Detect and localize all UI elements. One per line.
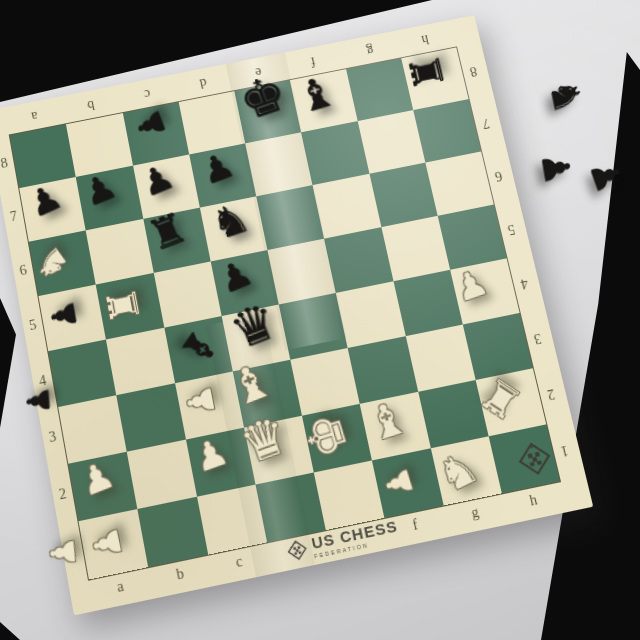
rank-label-left-3: 3 [48, 430, 58, 446]
file-label-bottom-b: b [175, 567, 185, 583]
rank-label-left-1: 1 [68, 544, 78, 560]
file-label-bottom-f: f [411, 518, 419, 533]
file-label-top-a: a [30, 109, 38, 123]
chessboard-vinyl-sheet: US CHESS FEDERATION abcfghabcdefgh887766… [0, 15, 593, 615]
file-label-bottom-c: c [234, 554, 243, 570]
rank-label-right-3: 3 [532, 331, 542, 346]
table-edge-shadow-bottomleft [0, 622, 20, 640]
file-label-bottom-a: a [116, 579, 125, 595]
rank-label-left-5: 5 [28, 318, 37, 333]
file-label-top-h: h [420, 32, 430, 46]
rank-label-right-6: 6 [494, 168, 504, 183]
captured-black-knight-table-right: ♞ [544, 75, 588, 116]
rank-label-left-8: 8 [0, 156, 9, 171]
rank-label-right-8: 8 [468, 64, 478, 78]
file-label-top-g: g [365, 43, 375, 57]
chessboard-grid [10, 47, 560, 579]
file-label-top-c: c [143, 87, 152, 101]
rank-label-right-2: 2 [546, 386, 556, 401]
file-label-top-d: d [198, 76, 207, 90]
rank-label-left-4: 4 [38, 373, 47, 388]
rank-label-left-6: 6 [19, 263, 28, 278]
uschess-crest-icon [285, 538, 310, 563]
square-h1 [488, 424, 559, 493]
table-edge-shadow-left [0, 298, 16, 428]
file-label-bottom-h: h [528, 493, 538, 509]
rank-label-right-5: 5 [506, 222, 516, 237]
file-label-bottom-g: g [470, 505, 480, 521]
square-a1 [79, 509, 149, 580]
rank-label-right-4: 4 [519, 276, 529, 291]
black-pawn-lying-left-margin-rank5: ♟ [22, 385, 55, 416]
file-label-top-b: b [87, 98, 96, 112]
captured-black-pawn-table-right: ♟ [535, 149, 576, 187]
square-b1 [138, 497, 208, 567]
rank-label-right-1: 1 [559, 443, 569, 459]
square-c1 [197, 485, 267, 555]
rank-label-left-2: 2 [58, 487, 68, 503]
rank-label-left-7: 7 [9, 210, 18, 225]
photo-scene: US CHESS FEDERATION abcfghabcdefgh887766… [0, 0, 640, 640]
file-label-top-f: f [310, 54, 317, 68]
file-label-top-e: e [254, 65, 263, 79]
rank-label-right-7: 7 [481, 116, 491, 130]
